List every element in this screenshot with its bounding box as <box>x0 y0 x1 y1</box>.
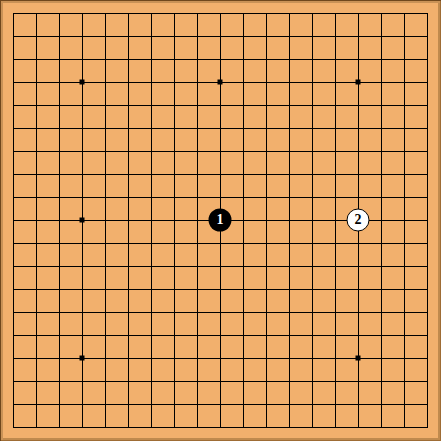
star-point <box>80 80 85 85</box>
white-stone-2: 2 <box>347 209 370 232</box>
star-point <box>80 356 85 361</box>
star-point <box>356 80 361 85</box>
star-point <box>356 356 361 361</box>
stone-number: 2 <box>355 213 362 227</box>
go-board: 12 <box>0 0 441 441</box>
black-stone-1: 1 <box>209 209 232 232</box>
stone-number: 1 <box>217 213 224 227</box>
star-point <box>80 218 85 223</box>
star-point <box>218 80 223 85</box>
